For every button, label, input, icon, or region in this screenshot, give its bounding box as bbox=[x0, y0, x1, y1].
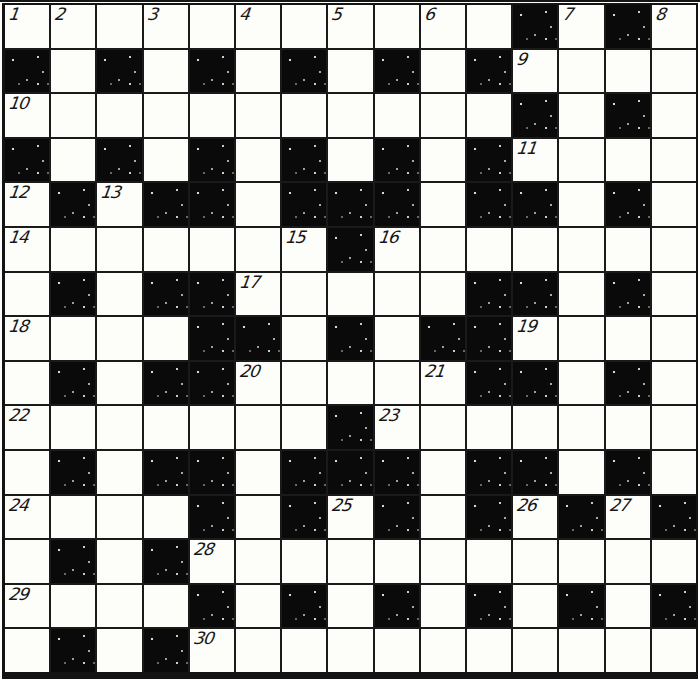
cell-r1c13[interactable]: 7 bbox=[559, 5, 603, 48]
cell-r11c11-block bbox=[467, 451, 511, 494]
cell-r10c7[interactable] bbox=[282, 406, 326, 449]
cell-r13c4-block bbox=[144, 540, 188, 583]
cell-r15c8[interactable] bbox=[328, 629, 372, 672]
cell-r11c6[interactable] bbox=[236, 451, 280, 494]
cell-r14c6[interactable] bbox=[236, 585, 280, 628]
cell-r11c7-block bbox=[282, 451, 326, 494]
cell-r5c5-block bbox=[190, 183, 234, 226]
cell-r3c7[interactable] bbox=[282, 94, 326, 137]
clue-number-26: 26 bbox=[515, 497, 537, 515]
cell-r1c12-block bbox=[513, 5, 557, 48]
cell-r3c6[interactable] bbox=[236, 94, 280, 137]
cell-r10c2[interactable] bbox=[51, 406, 95, 449]
cell-r3c15[interactable] bbox=[652, 94, 696, 137]
clue-number-20: 20 bbox=[238, 363, 260, 381]
clue-number-2: 2 bbox=[53, 6, 65, 24]
cell-r4c14[interactable] bbox=[606, 139, 650, 182]
cell-r8c10-block bbox=[421, 317, 465, 360]
cell-r3c13[interactable] bbox=[559, 94, 603, 137]
cell-r9c6[interactable]: 20 bbox=[236, 362, 280, 405]
cell-r6c2[interactable] bbox=[51, 228, 95, 271]
cell-r4c11-block bbox=[467, 139, 511, 182]
cell-r9c12-block bbox=[513, 362, 557, 405]
cell-r9c13[interactable] bbox=[559, 362, 603, 405]
cell-r8c4[interactable] bbox=[144, 317, 188, 360]
cell-r5c11-block bbox=[467, 183, 511, 226]
cell-r15c3[interactable] bbox=[97, 629, 141, 672]
cell-r10c13[interactable] bbox=[559, 406, 603, 449]
cell-r6c11[interactable] bbox=[467, 228, 511, 271]
clue-number-7: 7 bbox=[561, 6, 573, 24]
cell-r13c6[interactable] bbox=[236, 540, 280, 583]
clue-number-16: 16 bbox=[376, 229, 398, 247]
cell-r5c8-block bbox=[328, 183, 372, 226]
cell-r6c10[interactable] bbox=[421, 228, 465, 271]
cell-r7c4-block bbox=[144, 273, 188, 316]
cell-r12c2[interactable] bbox=[51, 496, 95, 539]
cell-r11c10[interactable] bbox=[421, 451, 465, 494]
cell-r9c15[interactable] bbox=[652, 362, 696, 405]
cell-r11c12-block bbox=[513, 451, 557, 494]
cell-r12c11-block bbox=[467, 496, 511, 539]
cell-r2c14[interactable] bbox=[606, 50, 650, 93]
cell-r7c13[interactable] bbox=[559, 273, 603, 316]
cell-r14c12[interactable] bbox=[513, 585, 557, 628]
clue-number-28: 28 bbox=[192, 541, 214, 559]
cell-r1c14-block bbox=[606, 5, 650, 48]
cell-r3c8[interactable] bbox=[328, 94, 372, 137]
cell-r9c7[interactable] bbox=[282, 362, 326, 405]
cell-r7c15[interactable] bbox=[652, 273, 696, 316]
cell-r5c10[interactable] bbox=[421, 183, 465, 226]
cell-r1c15[interactable]: 8 bbox=[652, 5, 696, 48]
cell-r15c1[interactable] bbox=[5, 629, 49, 672]
cell-r13c5[interactable]: 28 bbox=[190, 540, 234, 583]
cell-r2c4[interactable] bbox=[144, 50, 188, 93]
cell-r11c1[interactable] bbox=[5, 451, 49, 494]
clue-number-23: 23 bbox=[376, 407, 398, 425]
cell-r4c4[interactable] bbox=[144, 139, 188, 182]
cell-r10c5[interactable] bbox=[190, 406, 234, 449]
cell-r9c9[interactable] bbox=[375, 362, 419, 405]
cell-r9c1[interactable] bbox=[5, 362, 49, 405]
clue-number-29: 29 bbox=[7, 586, 29, 604]
cell-r4c6[interactable] bbox=[236, 139, 280, 182]
cell-r14c7-block bbox=[282, 585, 326, 628]
cell-r4c1-block bbox=[5, 139, 49, 182]
cell-r12c9-block bbox=[375, 496, 419, 539]
cell-r3c9[interactable] bbox=[375, 94, 419, 137]
cell-r8c5-block bbox=[190, 317, 234, 360]
cell-r9c14-block bbox=[606, 362, 650, 405]
page-top-rule bbox=[0, 0, 700, 2]
cell-r14c13-block bbox=[559, 585, 603, 628]
cell-r12c3[interactable] bbox=[97, 496, 141, 539]
cell-r7c12-block bbox=[513, 273, 557, 316]
cell-r1c3[interactable] bbox=[97, 5, 141, 48]
cell-r14c8[interactable] bbox=[328, 585, 372, 628]
cell-r4c8[interactable] bbox=[328, 139, 372, 182]
cell-r9c3[interactable] bbox=[97, 362, 141, 405]
cell-r15c14[interactable] bbox=[606, 629, 650, 672]
cell-r11c5-block bbox=[190, 451, 234, 494]
cell-r12c5-block bbox=[190, 496, 234, 539]
clue-number-21: 21 bbox=[423, 363, 445, 381]
cell-r1c7[interactable] bbox=[282, 5, 326, 48]
cell-r2c6[interactable] bbox=[236, 50, 280, 93]
clue-number-15: 15 bbox=[284, 229, 306, 247]
clue-number-6: 6 bbox=[423, 6, 435, 24]
cell-r6c4[interactable] bbox=[144, 228, 188, 271]
cell-r5c3[interactable]: 13 bbox=[97, 183, 141, 226]
cell-r5c14-block bbox=[606, 183, 650, 226]
crossword-board: 1234567891011121314151617181920212223242… bbox=[2, 3, 698, 679]
cell-r4c10[interactable] bbox=[421, 139, 465, 182]
cell-r1c9[interactable] bbox=[375, 5, 419, 48]
cell-r12c15-block bbox=[652, 496, 696, 539]
cell-r15c15[interactable] bbox=[652, 629, 696, 672]
clue-number-12: 12 bbox=[7, 184, 29, 202]
cell-r8c8-block bbox=[328, 317, 372, 360]
cell-r15c6[interactable] bbox=[236, 629, 280, 672]
cell-r2c8[interactable] bbox=[328, 50, 372, 93]
cell-r13c11[interactable] bbox=[467, 540, 511, 583]
cell-r9c10[interactable]: 21 bbox=[421, 362, 465, 405]
cell-r15c10[interactable] bbox=[421, 629, 465, 672]
cell-r15c4-block bbox=[144, 629, 188, 672]
cell-r13c13[interactable] bbox=[559, 540, 603, 583]
clue-number-19: 19 bbox=[515, 318, 537, 336]
cell-r10c9[interactable]: 23 bbox=[375, 406, 419, 449]
cell-r5c7-block bbox=[282, 183, 326, 226]
cell-r13c12[interactable] bbox=[513, 540, 557, 583]
cell-r6c1[interactable]: 14 bbox=[5, 228, 49, 271]
cell-r8c2[interactable] bbox=[51, 317, 95, 360]
cell-r1c6[interactable]: 4 bbox=[236, 5, 280, 48]
cell-r15c11[interactable] bbox=[467, 629, 511, 672]
cell-r14c4[interactable] bbox=[144, 585, 188, 628]
cell-r2c2[interactable] bbox=[51, 50, 95, 93]
cell-r14c9-block bbox=[375, 585, 419, 628]
cell-r4c7-block bbox=[282, 139, 326, 182]
cell-r2c9-block bbox=[375, 50, 419, 93]
cell-r1c11[interactable] bbox=[467, 5, 511, 48]
cell-r3c1[interactable]: 10 bbox=[5, 94, 49, 137]
cell-r7c7[interactable] bbox=[282, 273, 326, 316]
clue-number-9: 9 bbox=[515, 51, 527, 69]
cell-r12c13-block bbox=[559, 496, 603, 539]
cell-r3c5[interactable] bbox=[190, 94, 234, 137]
clue-number-27: 27 bbox=[607, 497, 629, 515]
cell-r5c2-block bbox=[51, 183, 95, 226]
cell-r6c7[interactable]: 15 bbox=[282, 228, 326, 271]
cell-r14c3[interactable] bbox=[97, 585, 141, 628]
cell-r4c5-block bbox=[190, 139, 234, 182]
cell-r15c9[interactable] bbox=[375, 629, 419, 672]
cell-r4c13[interactable] bbox=[559, 139, 603, 182]
cell-r7c3[interactable] bbox=[97, 273, 141, 316]
cell-r8c6-block bbox=[236, 317, 280, 360]
cell-r8c7[interactable] bbox=[282, 317, 326, 360]
cell-r11c13[interactable] bbox=[559, 451, 603, 494]
cell-r2c15[interactable] bbox=[652, 50, 696, 93]
cell-r10c8-block bbox=[328, 406, 372, 449]
cell-r3c3[interactable] bbox=[97, 94, 141, 137]
cell-r1c8[interactable]: 5 bbox=[328, 5, 372, 48]
cell-r5c13[interactable] bbox=[559, 183, 603, 226]
cell-r3c10[interactable] bbox=[421, 94, 465, 137]
cell-r8c9[interactable] bbox=[375, 317, 419, 360]
cell-r14c11-block bbox=[467, 585, 511, 628]
cell-r12c4[interactable] bbox=[144, 496, 188, 539]
cell-r6c5[interactable] bbox=[190, 228, 234, 271]
cell-r11c14-block bbox=[606, 451, 650, 494]
clue-number-3: 3 bbox=[145, 6, 157, 24]
cell-r6c14[interactable] bbox=[606, 228, 650, 271]
cell-r7c9[interactable] bbox=[375, 273, 419, 316]
cell-r7c14-block bbox=[606, 273, 650, 316]
cell-r8c11-block bbox=[467, 317, 511, 360]
cell-r1c2[interactable]: 2 bbox=[51, 5, 95, 48]
cell-r2c13[interactable] bbox=[559, 50, 603, 93]
cell-r10c11[interactable] bbox=[467, 406, 511, 449]
cell-r7c8[interactable] bbox=[328, 273, 372, 316]
cell-r8c14[interactable] bbox=[606, 317, 650, 360]
cell-r13c14[interactable] bbox=[606, 540, 650, 583]
cell-r13c1[interactable] bbox=[5, 540, 49, 583]
cell-r11c2-block bbox=[51, 451, 95, 494]
cell-r14c2[interactable] bbox=[51, 585, 95, 628]
cell-r5c6[interactable] bbox=[236, 183, 280, 226]
cell-r10c4[interactable] bbox=[144, 406, 188, 449]
cell-r7c1[interactable] bbox=[5, 273, 49, 316]
cell-r3c14-block bbox=[606, 94, 650, 137]
clue-number-10: 10 bbox=[7, 95, 29, 113]
cell-r7c10[interactable] bbox=[421, 273, 465, 316]
cell-r12c8[interactable]: 25 bbox=[328, 496, 372, 539]
cell-r10c10[interactable] bbox=[421, 406, 465, 449]
cell-r5c4-block bbox=[144, 183, 188, 226]
cell-r6c6[interactable] bbox=[236, 228, 280, 271]
clue-number-22: 22 bbox=[7, 407, 29, 425]
cell-r6c8-block bbox=[328, 228, 372, 271]
cell-r2c3-block bbox=[97, 50, 141, 93]
cell-r5c9-block bbox=[375, 183, 419, 226]
cell-r2c11-block bbox=[467, 50, 511, 93]
clue-number-1: 1 bbox=[7, 6, 19, 24]
cell-r5c15[interactable] bbox=[652, 183, 696, 226]
cell-r9c5-block bbox=[190, 362, 234, 405]
cell-r8c15[interactable] bbox=[652, 317, 696, 360]
cell-r10c15[interactable] bbox=[652, 406, 696, 449]
cell-r3c4[interactable] bbox=[144, 94, 188, 137]
cell-r10c12[interactable] bbox=[513, 406, 557, 449]
clue-number-30: 30 bbox=[192, 630, 214, 648]
cell-r14c5-block bbox=[190, 585, 234, 628]
crossword-page: 1234567891011121314151617181920212223242… bbox=[0, 0, 700, 681]
cell-r4c3-block bbox=[97, 139, 141, 182]
cell-r2c7-block bbox=[282, 50, 326, 93]
cell-r7c2-block bbox=[51, 273, 95, 316]
clue-number-8: 8 bbox=[654, 6, 666, 24]
cell-r10c1[interactable]: 22 bbox=[5, 406, 49, 449]
clue-number-24: 24 bbox=[7, 497, 29, 515]
cell-r7c5-block bbox=[190, 273, 234, 316]
clue-number-18: 18 bbox=[7, 318, 29, 336]
cell-r3c11[interactable] bbox=[467, 94, 511, 137]
cell-r6c3[interactable] bbox=[97, 228, 141, 271]
cell-r12c1[interactable]: 24 bbox=[5, 496, 49, 539]
cell-r15c7[interactable] bbox=[282, 629, 326, 672]
cell-r1c5[interactable] bbox=[190, 5, 234, 48]
clue-number-25: 25 bbox=[330, 497, 352, 515]
cell-r10c6[interactable] bbox=[236, 406, 280, 449]
cell-r9c4-block bbox=[144, 362, 188, 405]
cell-r8c12[interactable]: 19 bbox=[513, 317, 557, 360]
cell-r9c8[interactable] bbox=[328, 362, 372, 405]
cell-r12c10[interactable] bbox=[421, 496, 465, 539]
cell-r9c11-block bbox=[467, 362, 511, 405]
clue-number-11: 11 bbox=[515, 140, 537, 158]
clue-number-17: 17 bbox=[238, 274, 260, 292]
cell-r2c5-block bbox=[190, 50, 234, 93]
cell-r3c12-block bbox=[513, 94, 557, 137]
cell-r12c7-block bbox=[282, 496, 326, 539]
clue-number-14: 14 bbox=[7, 229, 29, 247]
cell-r11c8-block bbox=[328, 451, 372, 494]
cell-r1c10[interactable]: 6 bbox=[421, 5, 465, 48]
cell-r13c10[interactable] bbox=[421, 540, 465, 583]
cell-r1c4[interactable]: 3 bbox=[144, 5, 188, 48]
cell-r10c3[interactable] bbox=[97, 406, 141, 449]
cell-r13c3[interactable] bbox=[97, 540, 141, 583]
cell-r14c15-block bbox=[652, 585, 696, 628]
cell-r5c12-block bbox=[513, 183, 557, 226]
cell-r10c14[interactable] bbox=[606, 406, 650, 449]
cell-r15c12[interactable] bbox=[513, 629, 557, 672]
cell-r9c2-block bbox=[51, 362, 95, 405]
cell-r7c11-block bbox=[467, 273, 511, 316]
cell-r13c8[interactable] bbox=[328, 540, 372, 583]
cell-r4c15[interactable] bbox=[652, 139, 696, 182]
cell-r15c13[interactable] bbox=[559, 629, 603, 672]
cell-r13c2-block bbox=[51, 540, 95, 583]
cell-r4c9-block bbox=[375, 139, 419, 182]
clue-number-5: 5 bbox=[330, 6, 342, 24]
cell-r11c15[interactable] bbox=[652, 451, 696, 494]
cell-r15c2-block bbox=[51, 629, 95, 672]
cell-r6c12[interactable] bbox=[513, 228, 557, 271]
cell-r6c9[interactable]: 16 bbox=[375, 228, 419, 271]
clue-number-13: 13 bbox=[99, 184, 121, 202]
cell-r2c10[interactable] bbox=[421, 50, 465, 93]
cell-r12c14[interactable]: 27 bbox=[606, 496, 650, 539]
cell-r2c1-block bbox=[5, 50, 49, 93]
cell-r5c1[interactable]: 12 bbox=[5, 183, 49, 226]
cell-r2c12[interactable]: 9 bbox=[513, 50, 557, 93]
cell-r15c5[interactable]: 30 bbox=[190, 629, 234, 672]
cell-r4c2[interactable] bbox=[51, 139, 95, 182]
cell-r11c3[interactable] bbox=[97, 451, 141, 494]
cell-r4c12[interactable]: 11 bbox=[513, 139, 557, 182]
cell-r8c13[interactable] bbox=[559, 317, 603, 360]
cell-r11c9-block bbox=[375, 451, 419, 494]
cell-r12c12[interactable]: 26 bbox=[513, 496, 557, 539]
cell-r1c1[interactable]: 1 bbox=[5, 5, 49, 48]
cell-r3c2[interactable] bbox=[51, 94, 95, 137]
cell-r11c4-block bbox=[144, 451, 188, 494]
cell-r14c10[interactable] bbox=[421, 585, 465, 628]
cell-r14c14[interactable] bbox=[606, 585, 650, 628]
clue-number-4: 4 bbox=[238, 6, 250, 24]
cell-r8c3[interactable] bbox=[97, 317, 141, 360]
cell-r14c1[interactable]: 29 bbox=[5, 585, 49, 628]
cell-r6c15[interactable] bbox=[652, 228, 696, 271]
cell-r13c9[interactable] bbox=[375, 540, 419, 583]
cell-r12c6[interactable] bbox=[236, 496, 280, 539]
cell-r7c6[interactable]: 17 bbox=[236, 273, 280, 316]
cell-r8c1[interactable]: 18 bbox=[5, 317, 49, 360]
cell-r13c15[interactable] bbox=[652, 540, 696, 583]
cell-r13c7[interactable] bbox=[282, 540, 326, 583]
cell-r6c13[interactable] bbox=[559, 228, 603, 271]
